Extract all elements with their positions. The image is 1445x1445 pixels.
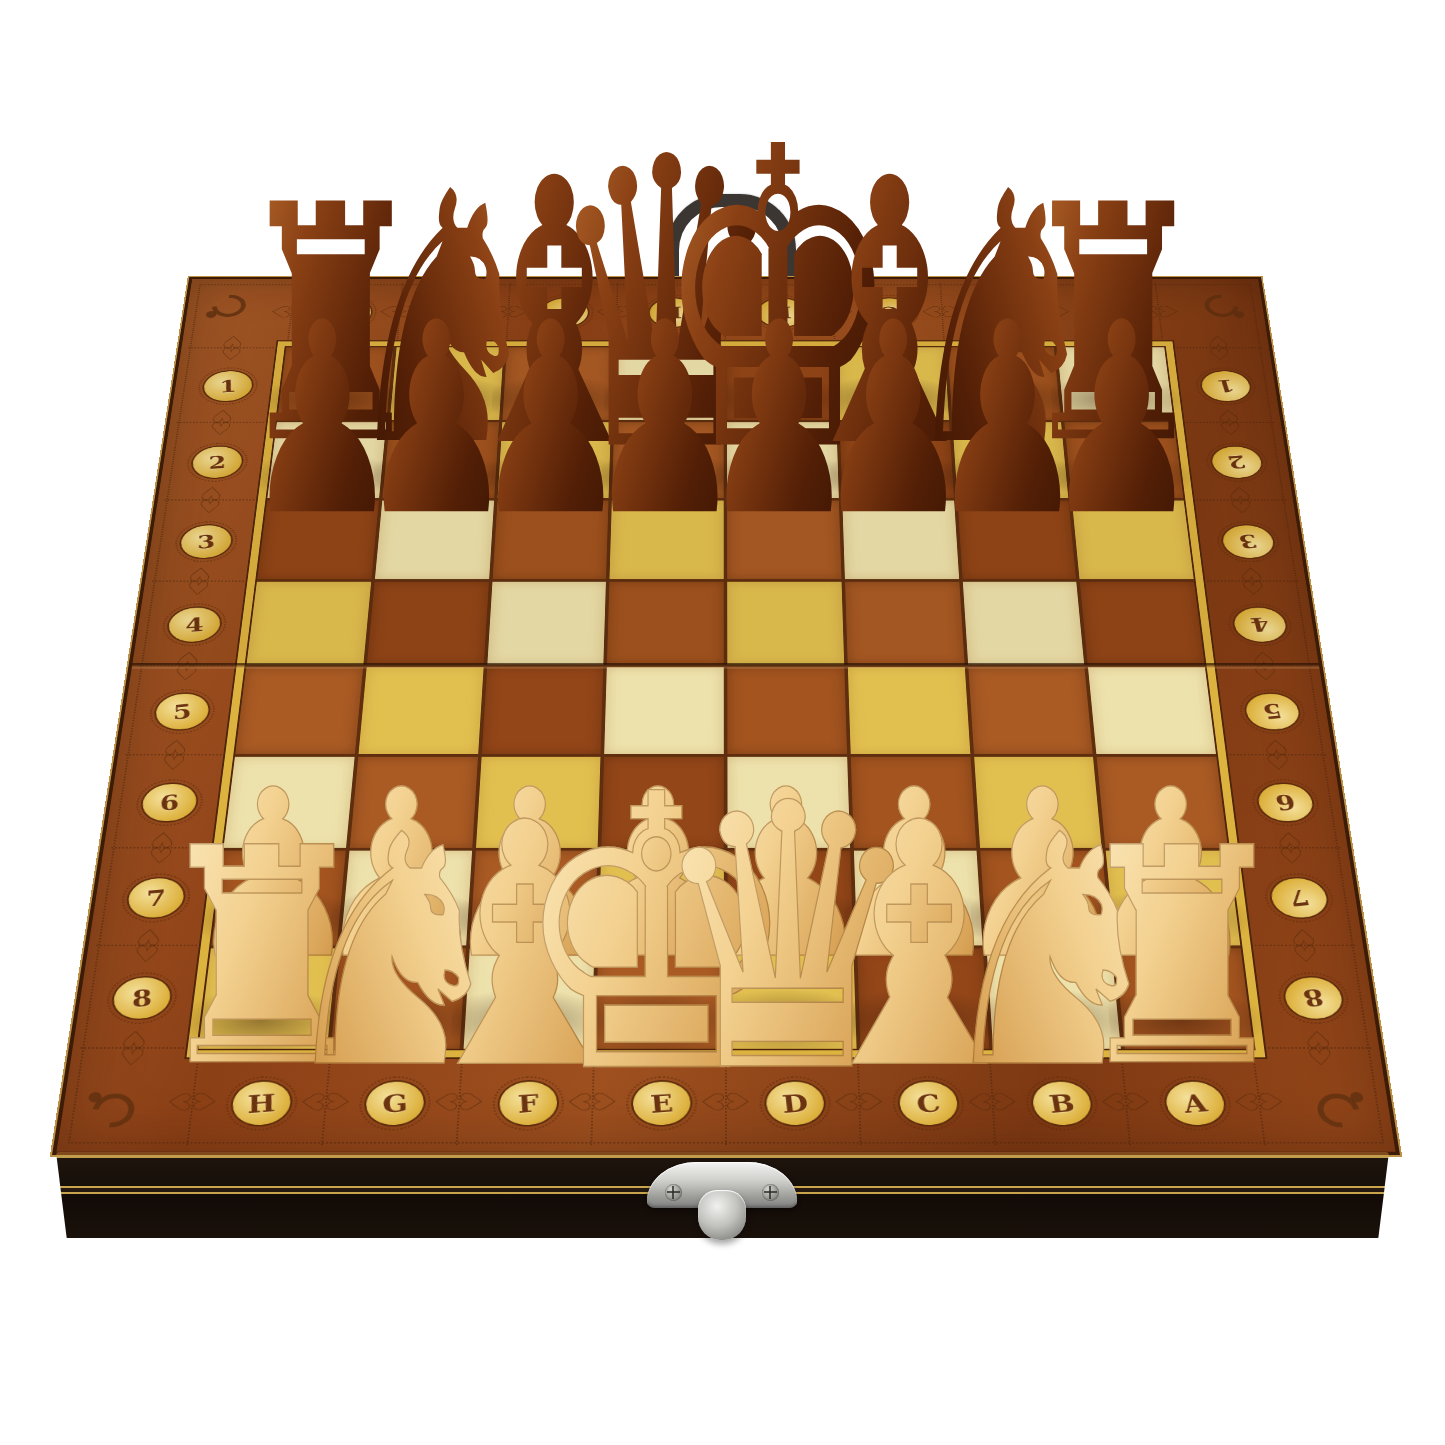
piece-light-rook[interactable]: ♜ xyxy=(1068,809,1297,1107)
metal-clasp xyxy=(647,1156,797,1260)
product-photo-scene: 11HH22GG33FF44EE55DD66CC77BB88AA♡♡♡♡♡♡♡♡… xyxy=(0,0,1445,1445)
piece-dark-pawn[interactable]: ♟ xyxy=(1043,289,1201,553)
clasp-knob xyxy=(698,1190,746,1240)
clasp-screw-icon xyxy=(665,1184,682,1201)
clasp-screw-icon xyxy=(762,1184,779,1201)
